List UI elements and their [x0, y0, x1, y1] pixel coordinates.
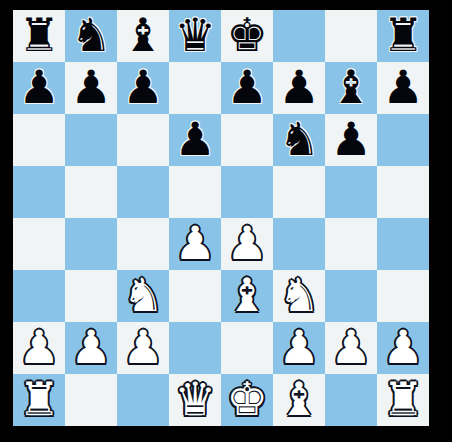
square-d8[interactable]: ♛ — [169, 10, 221, 62]
square-e1[interactable]: ♚ — [221, 374, 273, 426]
square-d1[interactable]: ♛ — [169, 374, 221, 426]
square-h3[interactable] — [377, 270, 429, 322]
white-queen-piece[interactable]: ♛ — [174, 373, 215, 425]
black-pawn-piece[interactable]: ♟ — [122, 61, 163, 113]
square-h8[interactable]: ♜ — [377, 10, 429, 62]
black-pawn-piece[interactable]: ♟ — [382, 61, 423, 113]
square-c2[interactable]: ♟ — [117, 322, 169, 374]
square-b2[interactable]: ♟ — [65, 322, 117, 374]
square-a1[interactable]: ♜ — [13, 374, 65, 426]
square-h5[interactable] — [377, 166, 429, 218]
square-h4[interactable] — [377, 218, 429, 270]
white-knight-piece[interactable]: ♞ — [122, 269, 163, 321]
square-b4[interactable] — [65, 218, 117, 270]
black-bishop-piece[interactable]: ♝ — [122, 9, 163, 61]
white-pawn-piece[interactable]: ♟ — [70, 321, 111, 373]
square-b3[interactable] — [65, 270, 117, 322]
black-pawn-piece[interactable]: ♟ — [70, 61, 111, 113]
black-pawn-piece[interactable]: ♟ — [226, 61, 267, 113]
square-f7[interactable]: ♟ — [273, 62, 325, 114]
square-g8[interactable] — [325, 10, 377, 62]
square-b1[interactable] — [65, 374, 117, 426]
square-a7[interactable]: ♟ — [13, 62, 65, 114]
square-d6[interactable]: ♟ — [169, 114, 221, 166]
square-g4[interactable] — [325, 218, 377, 270]
square-f5[interactable] — [273, 166, 325, 218]
square-c5[interactable] — [117, 166, 169, 218]
square-d7[interactable] — [169, 62, 221, 114]
square-a5[interactable] — [13, 166, 65, 218]
square-a8[interactable]: ♜ — [13, 10, 65, 62]
white-rook-piece[interactable]: ♜ — [382, 373, 423, 425]
black-knight-piece[interactable]: ♞ — [70, 9, 111, 61]
white-pawn-piece[interactable]: ♟ — [278, 321, 319, 373]
square-e3[interactable]: ♝ — [221, 270, 273, 322]
square-a4[interactable] — [13, 218, 65, 270]
black-bishop-piece[interactable]: ♝ — [330, 61, 371, 113]
square-g5[interactable] — [325, 166, 377, 218]
square-a6[interactable] — [13, 114, 65, 166]
square-d3[interactable] — [169, 270, 221, 322]
square-e5[interactable] — [221, 166, 273, 218]
square-b6[interactable] — [65, 114, 117, 166]
white-king-piece[interactable]: ♚ — [226, 373, 267, 425]
black-pawn-piece[interactable]: ♟ — [18, 61, 59, 113]
square-c1[interactable] — [117, 374, 169, 426]
black-rook-piece[interactable]: ♜ — [382, 9, 423, 61]
square-b5[interactable] — [65, 166, 117, 218]
square-h1[interactable]: ♜ — [377, 374, 429, 426]
white-pawn-piece[interactable]: ♟ — [18, 321, 59, 373]
black-rook-piece[interactable]: ♜ — [18, 9, 59, 61]
white-bishop-piece[interactable]: ♝ — [226, 269, 267, 321]
black-pawn-piece[interactable]: ♟ — [278, 61, 319, 113]
square-f4[interactable] — [273, 218, 325, 270]
square-g6[interactable]: ♟ — [325, 114, 377, 166]
black-queen-piece[interactable]: ♛ — [174, 9, 215, 61]
chess-board: ♜♞♝♛♚♜♟♟♟♟♟♝♟♟♞♟♟♟♞♝♞♟♟♟♟♟♟♜♛♚♝♜ — [13, 10, 429, 426]
square-h6[interactable] — [377, 114, 429, 166]
square-e2[interactable] — [221, 322, 273, 374]
square-g3[interactable] — [325, 270, 377, 322]
white-pawn-piece[interactable]: ♟ — [122, 321, 163, 373]
black-king-piece[interactable]: ♚ — [226, 9, 267, 61]
white-pawn-piece[interactable]: ♟ — [226, 217, 267, 269]
square-b7[interactable]: ♟ — [65, 62, 117, 114]
video-frame: ♜♞♝♛♚♜♟♟♟♟♟♝♟♟♞♟♟♟♞♝♞♟♟♟♟♟♟♜♛♚♝♜ — [0, 0, 452, 442]
square-e6[interactable] — [221, 114, 273, 166]
square-g1[interactable] — [325, 374, 377, 426]
square-f1[interactable]: ♝ — [273, 374, 325, 426]
square-g2[interactable]: ♟ — [325, 322, 377, 374]
white-rook-piece[interactable]: ♜ — [18, 373, 59, 425]
square-h2[interactable]: ♟ — [377, 322, 429, 374]
square-d4[interactable]: ♟ — [169, 218, 221, 270]
black-pawn-piece[interactable]: ♟ — [174, 113, 215, 165]
square-f6[interactable]: ♞ — [273, 114, 325, 166]
square-f3[interactable]: ♞ — [273, 270, 325, 322]
square-g7[interactable]: ♝ — [325, 62, 377, 114]
white-pawn-piece[interactable]: ♟ — [382, 321, 423, 373]
square-c8[interactable]: ♝ — [117, 10, 169, 62]
square-b8[interactable]: ♞ — [65, 10, 117, 62]
white-pawn-piece[interactable]: ♟ — [174, 217, 215, 269]
white-pawn-piece[interactable]: ♟ — [330, 321, 371, 373]
white-bishop-piece[interactable]: ♝ — [278, 373, 319, 425]
square-a2[interactable]: ♟ — [13, 322, 65, 374]
square-a3[interactable] — [13, 270, 65, 322]
white-knight-piece[interactable]: ♞ — [278, 269, 319, 321]
square-f8[interactable] — [273, 10, 325, 62]
square-c7[interactable]: ♟ — [117, 62, 169, 114]
square-f2[interactable]: ♟ — [273, 322, 325, 374]
square-d5[interactable] — [169, 166, 221, 218]
black-knight-piece[interactable]: ♞ — [278, 113, 319, 165]
square-e7[interactable]: ♟ — [221, 62, 273, 114]
square-e4[interactable]: ♟ — [221, 218, 273, 270]
square-c3[interactable]: ♞ — [117, 270, 169, 322]
square-e8[interactable]: ♚ — [221, 10, 273, 62]
square-d2[interactable] — [169, 322, 221, 374]
square-c6[interactable] — [117, 114, 169, 166]
black-pawn-piece[interactable]: ♟ — [330, 113, 371, 165]
square-c4[interactable] — [117, 218, 169, 270]
square-h7[interactable]: ♟ — [377, 62, 429, 114]
